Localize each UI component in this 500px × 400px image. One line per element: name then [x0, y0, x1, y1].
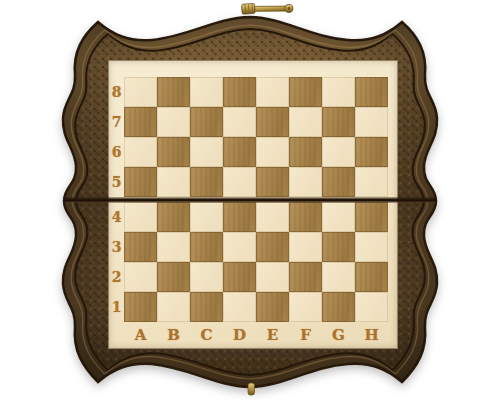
file-label-b: B	[157, 322, 190, 348]
square-e2	[256, 262, 289, 292]
square-h3	[355, 232, 388, 262]
rank-label-7: 7	[109, 107, 124, 137]
fold-seam	[64, 197, 436, 203]
square-e3	[256, 232, 289, 262]
square-b5	[157, 167, 190, 197]
square-g5	[322, 167, 355, 197]
square-b8	[157, 77, 190, 107]
hinge-pin	[248, 383, 255, 395]
square-a6	[124, 137, 157, 167]
square-h8	[355, 77, 388, 107]
square-a5	[124, 167, 157, 197]
square-f1	[289, 292, 322, 322]
square-f2	[289, 262, 322, 292]
square-d5	[223, 167, 256, 197]
square-c6	[190, 137, 223, 167]
square-h7	[355, 107, 388, 137]
square-a2	[124, 262, 157, 292]
square-g2	[322, 262, 355, 292]
square-e5	[256, 167, 289, 197]
square-f4	[289, 202, 322, 232]
square-h4	[355, 202, 388, 232]
square-a4	[124, 202, 157, 232]
square-a7	[124, 107, 157, 137]
square-d7	[223, 107, 256, 137]
square-f5	[289, 167, 322, 197]
board-grid: 87654321ABCDEFGH	[109, 77, 388, 348]
square-c2	[190, 262, 223, 292]
square-g3	[322, 232, 355, 262]
square-c1	[190, 292, 223, 322]
square-c5	[190, 167, 223, 197]
square-h6	[355, 137, 388, 167]
rank-label-4: 4	[109, 202, 124, 232]
square-f3	[289, 232, 322, 262]
square-h5	[355, 167, 388, 197]
square-f7	[289, 107, 322, 137]
square-d2	[223, 262, 256, 292]
file-label-a: A	[124, 322, 157, 348]
square-g6	[322, 137, 355, 167]
square-e7	[256, 107, 289, 137]
square-e1	[256, 292, 289, 322]
square-c8	[190, 77, 223, 107]
square-h2	[355, 262, 388, 292]
rank-label-5: 5	[109, 167, 124, 197]
square-a8	[124, 77, 157, 107]
square-e4	[256, 202, 289, 232]
square-b1	[157, 292, 190, 322]
square-b3	[157, 232, 190, 262]
file-label-h: H	[355, 322, 388, 348]
chess-board: 87654321ABCDEFGH	[108, 60, 398, 349]
file-label-d: D	[223, 322, 256, 348]
rank-label-8: 8	[109, 77, 124, 107]
square-f6	[289, 137, 322, 167]
rank-label-1: 1	[109, 292, 124, 322]
square-a1	[124, 292, 157, 322]
rank-label-2: 2	[109, 262, 124, 292]
square-g4	[322, 202, 355, 232]
square-f8	[289, 77, 322, 107]
square-h1	[355, 292, 388, 322]
square-g8	[322, 77, 355, 107]
file-label-e: E	[256, 322, 289, 348]
rank-label-3: 3	[109, 232, 124, 262]
brass-clasp	[241, 1, 293, 16]
square-a3	[124, 232, 157, 262]
file-label-f: F	[289, 322, 322, 348]
square-g7	[322, 107, 355, 137]
square-b2	[157, 262, 190, 292]
square-b7	[157, 107, 190, 137]
square-d6	[223, 137, 256, 167]
folding-chess-board-photo: 87654321ABCDEFGH	[0, 0, 500, 400]
square-e8	[256, 77, 289, 107]
rank-label-6: 6	[109, 137, 124, 167]
square-b6	[157, 137, 190, 167]
square-c3	[190, 232, 223, 262]
square-d8	[223, 77, 256, 107]
square-c7	[190, 107, 223, 137]
square-e6	[256, 137, 289, 167]
file-label-g: G	[322, 322, 355, 348]
square-d3	[223, 232, 256, 262]
square-c4	[190, 202, 223, 232]
square-g1	[322, 292, 355, 322]
square-d4	[223, 202, 256, 232]
file-label-c: C	[190, 322, 223, 348]
square-b4	[157, 202, 190, 232]
square-d1	[223, 292, 256, 322]
